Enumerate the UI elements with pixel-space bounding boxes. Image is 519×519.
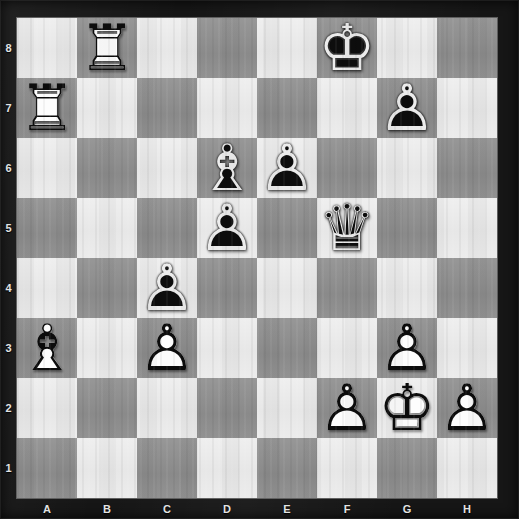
square-g4[interactable] xyxy=(377,258,437,318)
square-f1[interactable] xyxy=(317,438,377,498)
file-label-e: E xyxy=(257,498,317,519)
white-rook-piece[interactable]: ♜♖ xyxy=(17,78,77,138)
square-b4[interactable] xyxy=(77,258,137,318)
square-g3[interactable]: ♟♙ xyxy=(377,318,437,378)
square-f7[interactable] xyxy=(317,78,377,138)
square-g1[interactable] xyxy=(377,438,437,498)
black-pawn-piece[interactable]: ♟♙ xyxy=(377,78,437,138)
pawn-glyph-outline: ♙ xyxy=(377,78,437,138)
rank-label-1: 1 xyxy=(0,438,17,498)
board-frame: 87654321 ♜♖♚♔♜♖♟♙♝♗♟♙♟♙♛♕♟♙♝♗♟♙♟♙♟♙♚♔♟♙ … xyxy=(0,0,519,519)
black-pawn-piece[interactable]: ♟♙ xyxy=(137,258,197,318)
square-f5[interactable]: ♛♕ xyxy=(317,198,377,258)
file-label-a: A xyxy=(17,498,77,519)
square-d3[interactable] xyxy=(197,318,257,378)
square-h2[interactable]: ♟♙ xyxy=(437,378,497,438)
square-b5[interactable] xyxy=(77,198,137,258)
white-bishop-piece[interactable]: ♝♗ xyxy=(17,318,77,378)
rank-label-7: 7 xyxy=(0,78,17,138)
file-label-b: B xyxy=(77,498,137,519)
square-c1[interactable] xyxy=(137,438,197,498)
square-f2[interactable]: ♟♙ xyxy=(317,378,377,438)
square-g5[interactable] xyxy=(377,198,437,258)
square-h3[interactable] xyxy=(437,318,497,378)
square-c4[interactable]: ♟♙ xyxy=(137,258,197,318)
white-pawn-piece[interactable]: ♟♙ xyxy=(437,378,497,438)
square-h1[interactable] xyxy=(437,438,497,498)
king-glyph-outline: ♔ xyxy=(377,378,437,438)
square-e1[interactable] xyxy=(257,438,317,498)
square-c5[interactable] xyxy=(137,198,197,258)
square-a8[interactable] xyxy=(17,18,77,78)
file-label-d: D xyxy=(197,498,257,519)
square-d2[interactable] xyxy=(197,378,257,438)
square-f4[interactable] xyxy=(317,258,377,318)
square-g2[interactable]: ♚♔ xyxy=(377,378,437,438)
square-f8[interactable]: ♚♔ xyxy=(317,18,377,78)
square-b3[interactable] xyxy=(77,318,137,378)
square-g6[interactable] xyxy=(377,138,437,198)
square-a3[interactable]: ♝♗ xyxy=(17,318,77,378)
white-pawn-piece[interactable]: ♟♙ xyxy=(317,378,377,438)
square-a5[interactable] xyxy=(17,198,77,258)
square-h6[interactable] xyxy=(437,138,497,198)
king-glyph-outline: ♔ xyxy=(317,18,377,78)
pawn-glyph-outline: ♙ xyxy=(197,198,257,258)
bishop-glyph-outline: ♗ xyxy=(17,318,77,378)
rank-labels: 87654321 xyxy=(0,18,17,498)
black-queen-piece[interactable]: ♛♕ xyxy=(317,198,377,258)
square-g8[interactable] xyxy=(377,18,437,78)
rook-glyph-outline: ♖ xyxy=(17,78,77,138)
file-label-h: H xyxy=(437,498,497,519)
square-a6[interactable] xyxy=(17,138,77,198)
pawn-glyph-outline: ♙ xyxy=(257,138,317,198)
square-c2[interactable] xyxy=(137,378,197,438)
square-d8[interactable] xyxy=(197,18,257,78)
black-pawn-piece[interactable]: ♟♙ xyxy=(257,138,317,198)
square-h5[interactable] xyxy=(437,198,497,258)
black-pawn-piece[interactable]: ♟♙ xyxy=(197,198,257,258)
pawn-glyph-outline: ♙ xyxy=(137,318,197,378)
rank-label-8: 8 xyxy=(0,18,17,78)
square-h8[interactable] xyxy=(437,18,497,78)
rank-label-5: 5 xyxy=(0,198,17,258)
square-e7[interactable] xyxy=(257,78,317,138)
square-g7[interactable]: ♟♙ xyxy=(377,78,437,138)
square-d4[interactable] xyxy=(197,258,257,318)
file-labels: ABCDEFGH xyxy=(17,498,497,519)
square-c7[interactable] xyxy=(137,78,197,138)
square-e6[interactable]: ♟♙ xyxy=(257,138,317,198)
queen-glyph-outline: ♕ xyxy=(317,198,377,258)
square-f6[interactable] xyxy=(317,138,377,198)
square-b7[interactable] xyxy=(77,78,137,138)
square-h4[interactable] xyxy=(437,258,497,318)
rank-label-3: 3 xyxy=(0,318,17,378)
black-king-piece[interactable]: ♚♔ xyxy=(317,18,377,78)
square-f3[interactable] xyxy=(317,318,377,378)
pawn-glyph-outline: ♙ xyxy=(377,318,437,378)
square-c8[interactable] xyxy=(137,18,197,78)
white-rook-piece[interactable]: ♜♖ xyxy=(77,18,137,78)
square-a7[interactable]: ♜♖ xyxy=(17,78,77,138)
square-e4[interactable] xyxy=(257,258,317,318)
square-e3[interactable] xyxy=(257,318,317,378)
square-e5[interactable] xyxy=(257,198,317,258)
square-d7[interactable] xyxy=(197,78,257,138)
file-label-g: G xyxy=(377,498,437,519)
square-b8[interactable]: ♜♖ xyxy=(77,18,137,78)
square-h7[interactable] xyxy=(437,78,497,138)
square-b6[interactable] xyxy=(77,138,137,198)
square-e8[interactable] xyxy=(257,18,317,78)
square-d5[interactable]: ♟♙ xyxy=(197,198,257,258)
square-d1[interactable] xyxy=(197,438,257,498)
pawn-glyph-outline: ♙ xyxy=(317,378,377,438)
file-label-c: C xyxy=(137,498,197,519)
rank-label-2: 2 xyxy=(0,378,17,438)
rook-glyph-outline: ♖ xyxy=(77,18,137,78)
square-c6[interactable] xyxy=(137,138,197,198)
white-king-piece[interactable]: ♚♔ xyxy=(377,378,437,438)
square-e2[interactable] xyxy=(257,378,317,438)
square-d6[interactable]: ♝♗ xyxy=(197,138,257,198)
square-a1[interactable] xyxy=(17,438,77,498)
rank-label-4: 4 xyxy=(0,258,17,318)
black-bishop-piece[interactable]: ♝♗ xyxy=(197,138,257,198)
chess-board: ♜♖♚♔♜♖♟♙♝♗♟♙♟♙♛♕♟♙♝♗♟♙♟♙♟♙♚♔♟♙ xyxy=(17,18,497,498)
bishop-glyph-outline: ♗ xyxy=(197,138,257,198)
file-label-f: F xyxy=(317,498,377,519)
white-pawn-piece[interactable]: ♟♙ xyxy=(377,318,437,378)
white-pawn-piece[interactable]: ♟♙ xyxy=(137,318,197,378)
square-b1[interactable] xyxy=(77,438,137,498)
square-a2[interactable] xyxy=(17,378,77,438)
square-c3[interactable]: ♟♙ xyxy=(137,318,197,378)
pawn-glyph-outline: ♙ xyxy=(437,378,497,438)
pawn-glyph-outline: ♙ xyxy=(137,258,197,318)
square-b2[interactable] xyxy=(77,378,137,438)
square-a4[interactable] xyxy=(17,258,77,318)
rank-label-6: 6 xyxy=(0,138,17,198)
